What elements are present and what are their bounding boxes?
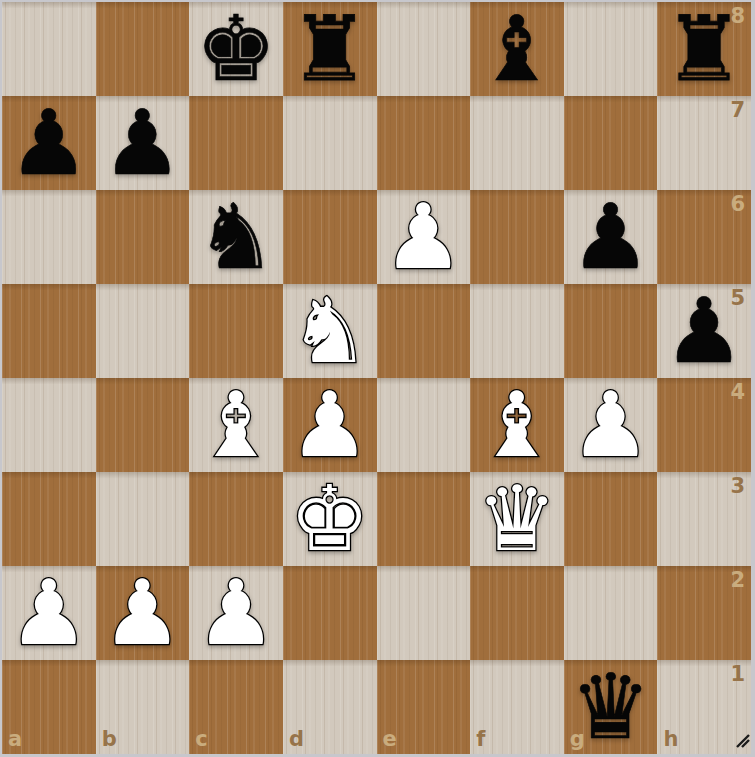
square-c1[interactable]: c	[189, 660, 283, 754]
square-d8[interactable]: ♜	[283, 2, 377, 96]
square-e7[interactable]	[377, 96, 471, 190]
piece-white-pawn[interactable]: ♟	[289, 378, 370, 472]
piece-white-queen[interactable]: ♛	[477, 472, 558, 566]
square-d2[interactable]	[283, 566, 377, 660]
piece-white-king[interactable]: ♚	[289, 472, 370, 566]
square-g1[interactable]: g♛	[564, 660, 658, 754]
square-b2[interactable]: ♟	[96, 566, 190, 660]
square-e6[interactable]: ♟	[377, 190, 471, 284]
piece-white-pawn[interactable]: ♟	[8, 566, 89, 660]
rank-label-1: 1	[730, 664, 745, 685]
square-b1[interactable]: b	[96, 660, 190, 754]
square-e3[interactable]	[377, 472, 471, 566]
square-g6[interactable]: ♟	[564, 190, 658, 284]
piece-white-pawn[interactable]: ♟	[383, 190, 464, 284]
square-e1[interactable]: e	[377, 660, 471, 754]
piece-white-bishop[interactable]: ♝	[196, 378, 277, 472]
square-e8[interactable]	[377, 2, 471, 96]
square-f3[interactable]: ♛	[470, 472, 564, 566]
piece-white-pawn[interactable]: ♟	[196, 566, 277, 660]
square-a8[interactable]	[2, 2, 96, 96]
square-g7[interactable]	[564, 96, 658, 190]
square-f1[interactable]: f	[470, 660, 564, 754]
square-d5[interactable]: ♞	[283, 284, 377, 378]
square-h6[interactable]: 6	[657, 190, 751, 284]
square-h3[interactable]: 3	[657, 472, 751, 566]
square-h5[interactable]: 5♟	[657, 284, 751, 378]
square-e4[interactable]	[377, 378, 471, 472]
square-g2[interactable]	[564, 566, 658, 660]
square-g5[interactable]	[564, 284, 658, 378]
square-f8[interactable]: ♝	[470, 2, 564, 96]
square-c6[interactable]: ♞	[189, 190, 283, 284]
file-label-e: e	[383, 729, 397, 750]
piece-black-pawn[interactable]: ♟	[570, 190, 651, 284]
rank-label-7: 7	[730, 100, 745, 121]
rank-label-2: 2	[730, 570, 745, 591]
piece-black-knight[interactable]: ♞	[196, 190, 277, 284]
square-f6[interactable]	[470, 190, 564, 284]
file-label-c: c	[195, 729, 207, 750]
square-a2[interactable]: ♟	[2, 566, 96, 660]
square-h2[interactable]: 2	[657, 566, 751, 660]
piece-black-pawn[interactable]: ♟	[102, 96, 183, 190]
square-b5[interactable]	[96, 284, 190, 378]
rank-label-6: 6	[730, 194, 745, 215]
square-a4[interactable]	[2, 378, 96, 472]
piece-black-bishop[interactable]: ♝	[477, 2, 558, 96]
square-g3[interactable]	[564, 472, 658, 566]
file-label-h: h	[663, 729, 678, 750]
square-a1[interactable]: a	[2, 660, 96, 754]
square-b3[interactable]	[96, 472, 190, 566]
square-b6[interactable]	[96, 190, 190, 284]
piece-white-pawn[interactable]: ♟	[570, 378, 651, 472]
file-label-d: d	[289, 729, 304, 750]
piece-black-pawn[interactable]: ♟	[8, 96, 89, 190]
square-b4[interactable]	[96, 378, 190, 472]
square-e5[interactable]	[377, 284, 471, 378]
square-h4[interactable]: 4	[657, 378, 751, 472]
resize-handle-icon[interactable]	[730, 728, 750, 752]
rank-label-4: 4	[730, 382, 745, 403]
square-d3[interactable]: ♚	[283, 472, 377, 566]
file-label-b: b	[102, 729, 117, 750]
piece-black-rook[interactable]: ♜	[289, 2, 370, 96]
square-b8[interactable]	[96, 2, 190, 96]
piece-white-knight[interactable]: ♞	[289, 284, 370, 378]
square-a6[interactable]	[2, 190, 96, 284]
square-h7[interactable]: 7	[657, 96, 751, 190]
file-label-f: f	[476, 729, 485, 750]
square-g8[interactable]	[564, 2, 658, 96]
square-h8[interactable]: 8♜	[657, 2, 751, 96]
square-a7[interactable]: ♟	[2, 96, 96, 190]
square-d6[interactable]	[283, 190, 377, 284]
square-f7[interactable]	[470, 96, 564, 190]
rank-label-5: 5	[730, 288, 745, 309]
piece-white-bishop[interactable]: ♝	[477, 378, 558, 472]
square-g4[interactable]: ♟	[564, 378, 658, 472]
square-d1[interactable]: d	[283, 660, 377, 754]
chess-board: ♚♜♝8♜♟♟7♞♟♟6♞5♟♝♟♝♟4♚♛3♟♟♟2abcdefg♛1h	[2, 2, 751, 754]
square-d7[interactable]	[283, 96, 377, 190]
rank-label-8: 8	[730, 6, 745, 27]
square-c4[interactable]: ♝	[189, 378, 283, 472]
square-f2[interactable]	[470, 566, 564, 660]
file-label-a: a	[8, 729, 22, 750]
square-a5[interactable]	[2, 284, 96, 378]
square-c3[interactable]	[189, 472, 283, 566]
square-a3[interactable]	[2, 472, 96, 566]
square-f5[interactable]	[470, 284, 564, 378]
square-c8[interactable]: ♚	[189, 2, 283, 96]
square-c2[interactable]: ♟	[189, 566, 283, 660]
square-e2[interactable]	[377, 566, 471, 660]
square-b7[interactable]: ♟	[96, 96, 190, 190]
square-c7[interactable]	[189, 96, 283, 190]
square-d4[interactable]: ♟	[283, 378, 377, 472]
file-label-g: g	[570, 729, 585, 750]
piece-white-pawn[interactable]: ♟	[102, 566, 183, 660]
square-f4[interactable]: ♝	[470, 378, 564, 472]
rank-label-3: 3	[730, 476, 745, 497]
square-c5[interactable]	[189, 284, 283, 378]
piece-black-king[interactable]: ♚	[196, 2, 277, 96]
